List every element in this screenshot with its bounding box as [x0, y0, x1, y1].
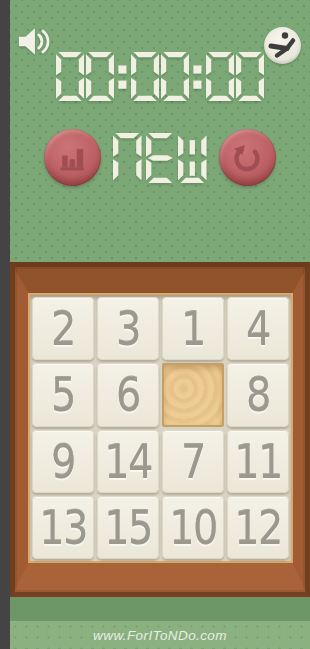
- puzzle-grid: 231456891471113151012: [30, 295, 291, 561]
- tile-number: 13: [39, 504, 86, 551]
- lcd-char-0: [86, 52, 114, 101]
- tile-number: 4: [246, 305, 270, 352]
- footer-banner: www.ForIToNDo.com: [10, 621, 310, 649]
- tile-number: 7: [181, 438, 205, 485]
- tile-number: 8: [246, 371, 270, 418]
- tile-5[interactable]: 5: [32, 363, 94, 426]
- stats-button[interactable]: [44, 129, 101, 186]
- tile-number: 12: [234, 504, 281, 551]
- lcd-char-E: [146, 133, 175, 183]
- tile-4[interactable]: 4: [227, 297, 289, 360]
- lcd-char-0: [56, 52, 84, 101]
- tile-number: 6: [116, 371, 140, 418]
- tile-number: 14: [104, 438, 151, 485]
- tile-2[interactable]: 2: [32, 297, 94, 360]
- tile-number: 15: [104, 504, 151, 551]
- lcd-char-W: [178, 133, 207, 183]
- lcd-char-0: [206, 52, 234, 101]
- puzzle-board-frame: 231456891471113151012: [10, 262, 310, 597]
- tile-13[interactable]: 13: [32, 496, 94, 559]
- lcd-char-N: [113, 133, 142, 183]
- tile-9[interactable]: 9: [32, 430, 94, 493]
- lcd-char-colon: [116, 52, 129, 101]
- lcd-char-0: [131, 52, 159, 101]
- tile-12[interactable]: 12: [227, 496, 289, 559]
- tile-3[interactable]: 3: [97, 297, 159, 360]
- tile-15[interactable]: 15: [97, 496, 159, 559]
- app-screen: 231456891471113151012 www.ForIToNDo.com: [10, 0, 310, 649]
- tile-number: 2: [51, 305, 75, 352]
- tile-10[interactable]: 10: [162, 496, 224, 559]
- timer-display: [10, 52, 310, 101]
- top-bar: [10, 0, 310, 262]
- tile-number: 5: [51, 371, 75, 418]
- tile-14[interactable]: 14: [97, 430, 159, 493]
- controls-row: [10, 129, 310, 186]
- restart-arrow-icon: [229, 140, 265, 176]
- tile-number: 11: [234, 438, 281, 485]
- tile-1[interactable]: 1: [162, 297, 224, 360]
- tile-number: 3: [116, 305, 140, 352]
- empty-cell: [162, 363, 224, 426]
- lcd-char-0: [236, 52, 264, 101]
- bar-chart-icon: [54, 140, 90, 176]
- tile-8[interactable]: 8: [227, 363, 289, 426]
- tile-6[interactable]: 6: [97, 363, 159, 426]
- tile-number: 1: [181, 305, 205, 352]
- restart-button[interactable]: [219, 129, 276, 186]
- lcd-char-0: [161, 52, 189, 101]
- board-shadow-strip: [10, 597, 310, 621]
- new-game-label[interactable]: [113, 133, 207, 183]
- footer-url-link[interactable]: www.ForIToNDo.com: [93, 628, 227, 643]
- tile-number: 10: [169, 504, 216, 551]
- tile-7[interactable]: 7: [162, 430, 224, 493]
- tile-11[interactable]: 11: [227, 430, 289, 493]
- lcd-char-colon: [191, 52, 204, 101]
- tile-number: 9: [51, 438, 75, 485]
